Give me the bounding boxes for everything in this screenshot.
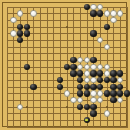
black-stone	[17, 24, 23, 30]
black-stone	[84, 104, 90, 110]
white-stone	[90, 4, 96, 10]
white-stone	[97, 90, 103, 96]
black-stone	[84, 90, 90, 96]
white-stone	[84, 77, 90, 83]
go-board-screenshot	[0, 0, 130, 130]
black-stone	[110, 97, 116, 103]
black-stone	[124, 90, 130, 96]
black-stone	[90, 84, 96, 90]
black-stone	[70, 70, 76, 76]
white-stone	[30, 10, 36, 16]
white-stone	[104, 110, 110, 116]
white-stone	[97, 64, 103, 70]
black-stone	[17, 30, 23, 36]
black-stone	[110, 84, 116, 90]
white-stone	[97, 4, 103, 10]
black-stone	[77, 104, 83, 110]
white-stone	[17, 10, 23, 16]
black-stone	[90, 104, 96, 110]
white-stone	[84, 70, 90, 76]
white-stone	[77, 64, 83, 70]
black-stone	[90, 57, 96, 63]
black-stone	[64, 64, 70, 70]
black-stone	[104, 90, 110, 96]
black-stone	[104, 77, 110, 83]
white-stone	[10, 30, 16, 36]
black-stone	[57, 84, 63, 90]
white-stone	[104, 44, 110, 50]
black-stone	[97, 70, 103, 76]
grid-line-horizontal	[7, 120, 128, 121]
black-stone	[90, 30, 96, 36]
white-stone	[64, 90, 70, 96]
white-stone	[84, 57, 90, 63]
black-stone	[90, 110, 96, 116]
black-stone	[84, 4, 90, 10]
black-stone	[104, 24, 110, 30]
grid-line-vertical	[113, 7, 114, 128]
grid-line-vertical	[120, 7, 121, 128]
black-stone	[117, 70, 123, 76]
black-stone	[90, 10, 96, 16]
grid-line-horizontal	[7, 127, 128, 128]
white-stone	[90, 97, 96, 103]
black-stone	[77, 90, 83, 96]
black-stone	[97, 84, 103, 90]
black-stone	[70, 57, 76, 63]
grid-line-vertical	[127, 7, 128, 128]
white-stone	[110, 17, 116, 23]
white-stone	[84, 64, 90, 70]
white-stone	[104, 64, 110, 70]
black-stone	[110, 70, 116, 76]
white-stone	[90, 77, 96, 83]
white-stone	[110, 10, 116, 16]
black-stone	[30, 84, 36, 90]
white-stone	[17, 104, 23, 110]
black-stone	[24, 24, 30, 30]
black-stone	[117, 84, 123, 90]
black-stone	[70, 64, 76, 70]
white-stone	[117, 10, 123, 16]
white-stone	[104, 70, 110, 76]
white-stone	[90, 90, 96, 96]
black-stone	[90, 70, 96, 76]
white-stone	[104, 10, 110, 16]
white-stone	[90, 64, 96, 70]
black-stone	[77, 84, 83, 90]
black-stone	[77, 70, 83, 76]
black-stone	[24, 64, 30, 70]
black-stone	[97, 10, 103, 16]
go-board[interactable]	[0, 0, 130, 130]
white-stone	[10, 17, 16, 23]
white-stone	[70, 97, 76, 103]
black-stone	[84, 84, 90, 90]
black-stone	[117, 90, 123, 96]
black-stone	[110, 77, 116, 83]
black-stone	[24, 30, 30, 36]
black-stone	[110, 90, 116, 96]
